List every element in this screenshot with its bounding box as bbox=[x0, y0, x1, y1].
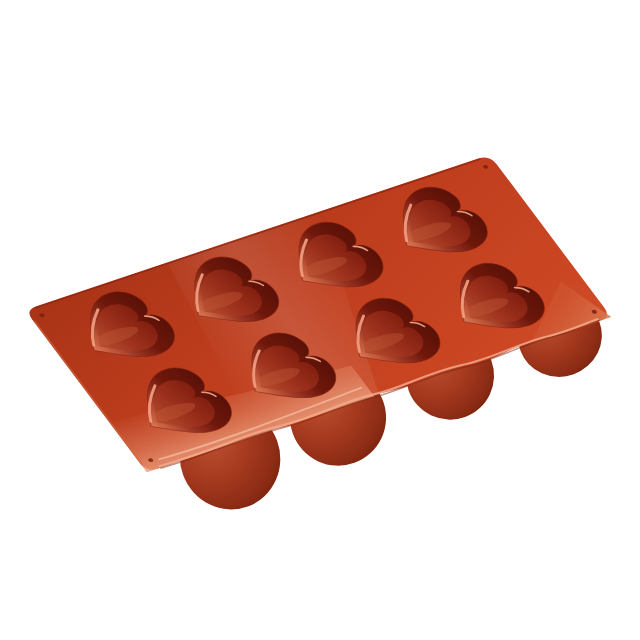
mould-illustration bbox=[0, 0, 640, 640]
product-photo bbox=[0, 0, 640, 640]
